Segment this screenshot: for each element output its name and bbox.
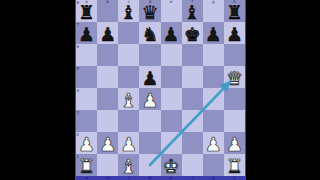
square-g3[interactable] — [203, 110, 224, 132]
piece-white-rook[interactable]: ♜ — [226, 156, 243, 175]
coord-label: 1 — [77, 154, 80, 176]
piece-white-pawn[interactable]: ♟ — [120, 134, 137, 153]
square-d4[interactable]: ♟ — [139, 88, 160, 110]
square-a1[interactable]: ♜ — [76, 154, 97, 176]
square-g1[interactable] — [203, 154, 224, 176]
square-e3[interactable] — [161, 110, 182, 132]
square-d1[interactable] — [139, 154, 160, 176]
square-h5[interactable]: ♛ — [224, 66, 245, 88]
square-a7[interactable]: ♟ — [76, 22, 97, 44]
square-f6[interactable] — [182, 44, 203, 66]
coord-label: b — [97, 0, 118, 3]
square-c6[interactable] — [118, 44, 139, 66]
square-h2[interactable]: ♟ — [224, 132, 245, 154]
piece-black-pawn[interactable]: ♟ — [226, 24, 243, 43]
square-c7[interactable] — [118, 22, 139, 44]
square-e7[interactable]: ♟ — [161, 22, 182, 44]
piece-black-knight[interactable]: ♞ — [141, 24, 158, 43]
square-f2[interactable] — [182, 132, 203, 154]
square-h1[interactable]: ♜ — [224, 154, 245, 176]
piece-black-pawn[interactable]: ♟ — [141, 68, 158, 87]
square-a3[interactable] — [76, 110, 97, 132]
square-c4[interactable]: ♝ — [118, 88, 139, 110]
square-f7[interactable]: ♚ — [182, 22, 203, 44]
square-f3[interactable] — [182, 110, 203, 132]
coord-label: 5 — [77, 66, 80, 88]
square-d3[interactable] — [139, 110, 160, 132]
square-e1[interactable]: ♚ — [161, 154, 182, 176]
piece-black-bishop[interactable]: ♝ — [184, 2, 201, 21]
piece-white-bishop[interactable]: ♝ — [120, 90, 137, 109]
piece-white-queen[interactable]: ♛ — [226, 68, 243, 87]
square-d5[interactable]: ♟ — [139, 66, 160, 88]
coord-label: 4 — [77, 88, 80, 110]
piece-black-rook[interactable]: ♜ — [226, 2, 243, 21]
square-h4[interactable] — [224, 88, 245, 110]
letterbox-left — [0, 0, 75, 180]
piece-black-pawn[interactable]: ♟ — [205, 24, 222, 43]
square-h7[interactable]: ♟ — [224, 22, 245, 44]
coord-label: 2 — [77, 132, 80, 154]
square-b5[interactable] — [97, 66, 118, 88]
square-g6[interactable] — [203, 44, 224, 66]
square-a4[interactable] — [76, 88, 97, 110]
square-b2[interactable]: ♟ — [97, 132, 118, 154]
square-f5[interactable] — [182, 66, 203, 88]
coord-label: d — [139, 0, 160, 3]
square-c1[interactable]: ♝ — [118, 154, 139, 176]
coord-label: d — [139, 176, 160, 180]
square-g4[interactable] — [203, 88, 224, 110]
square-g2[interactable]: ♟ — [203, 132, 224, 154]
coord-label: 6 — [77, 44, 80, 66]
square-e5[interactable] — [161, 66, 182, 88]
coord-label: c — [118, 176, 139, 180]
piece-white-pawn[interactable]: ♟ — [99, 134, 116, 153]
square-h6[interactable] — [224, 44, 245, 66]
square-d7[interactable]: ♞ — [139, 22, 160, 44]
square-f4[interactable] — [182, 88, 203, 110]
rank-labels-left: 87654321 — [77, 0, 80, 176]
file-labels-bottom: abcdefgh — [76, 176, 245, 180]
coord-label: h — [224, 0, 245, 3]
piece-black-king[interactable]: ♚ — [184, 24, 201, 43]
coord-label: 7 — [77, 22, 80, 44]
square-b3[interactable] — [97, 110, 118, 132]
square-d2[interactable] — [139, 132, 160, 154]
coord-label: e — [161, 176, 182, 180]
app-screen: ♜♝♛♝♜♟♟♞♟♚♟♟♟♛♝♟♟♟♟♟♟♜♝♚♜ abcdefgh 87654… — [0, 0, 320, 180]
coord-label: b — [97, 176, 118, 180]
coord-label: h — [224, 176, 245, 180]
chess-board: ♜♝♛♝♜♟♟♞♟♚♟♟♟♛♝♟♟♟♟♟♟♜♝♚♜ abcdefgh 87654… — [75, 0, 246, 180]
coord-label: g — [203, 176, 224, 180]
square-a5[interactable] — [76, 66, 97, 88]
square-e6[interactable] — [161, 44, 182, 66]
square-b1[interactable] — [97, 154, 118, 176]
piece-white-pawn[interactable]: ♟ — [226, 134, 243, 153]
square-c5[interactable] — [118, 66, 139, 88]
square-a2[interactable]: ♟ — [76, 132, 97, 154]
piece-white-king[interactable]: ♚ — [163, 156, 180, 175]
coord-label: 3 — [77, 110, 80, 132]
coord-label: e — [161, 0, 182, 3]
coord-label: f — [182, 176, 203, 180]
letterbox-right — [246, 0, 320, 180]
piece-black-pawn[interactable]: ♟ — [99, 24, 116, 43]
coord-label: 8 — [77, 0, 80, 22]
square-b7[interactable]: ♟ — [97, 22, 118, 44]
piece-white-rook[interactable]: ♜ — [78, 156, 95, 175]
piece-white-pawn[interactable]: ♟ — [205, 134, 222, 153]
square-g5[interactable] — [203, 66, 224, 88]
square-e2[interactable] — [161, 132, 182, 154]
piece-white-bishop[interactable]: ♝ — [120, 156, 137, 175]
coord-label: c — [118, 0, 139, 3]
square-a6[interactable] — [76, 44, 97, 66]
piece-black-pawn[interactable]: ♟ — [163, 24, 180, 43]
square-c3[interactable] — [118, 110, 139, 132]
file-labels-top: abcdefgh — [76, 0, 245, 3]
square-g7[interactable]: ♟ — [203, 22, 224, 44]
piece-black-bishop[interactable]: ♝ — [120, 2, 137, 21]
square-h3[interactable] — [224, 110, 245, 132]
piece-black-pawn[interactable]: ♟ — [78, 24, 95, 43]
square-c2[interactable]: ♟ — [118, 132, 139, 154]
coord-label: a — [76, 0, 97, 3]
coord-label: f — [182, 0, 203, 3]
coord-label: g — [203, 0, 224, 3]
piece-black-queen[interactable]: ♛ — [141, 2, 158, 21]
square-e4[interactable] — [161, 88, 182, 110]
square-d6[interactable] — [139, 44, 160, 66]
square-b4[interactable] — [97, 88, 118, 110]
board-squares: ♜♝♛♝♜♟♟♞♟♚♟♟♟♛♝♟♟♟♟♟♟♜♝♚♜ — [76, 0, 245, 176]
piece-white-pawn[interactable]: ♟ — [78, 134, 95, 153]
coord-label: a — [76, 176, 97, 180]
piece-black-rook[interactable]: ♜ — [78, 2, 95, 21]
square-f1[interactable] — [182, 154, 203, 176]
square-b6[interactable] — [97, 44, 118, 66]
piece-white-pawn[interactable]: ♟ — [141, 90, 158, 109]
